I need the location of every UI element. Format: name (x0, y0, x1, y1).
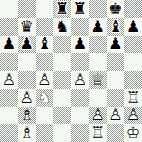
white-r-piece: ♖ (124, 89, 142, 107)
square-a3[interactable] (0, 89, 18, 107)
white-p-piece: ♙ (124, 107, 142, 125)
square-d5[interactable] (53, 53, 71, 71)
square-c4[interactable]: ♟♙ (36, 71, 54, 89)
square-g8[interactable]: ♚ (107, 0, 125, 18)
square-c6[interactable]: ♝ (36, 36, 54, 54)
white-p-piece: ♙ (107, 107, 125, 125)
black-b-piece: ♝ (107, 18, 125, 36)
square-g2[interactable]: ♟♙ (107, 107, 125, 125)
square-e7[interactable] (71, 18, 89, 36)
black-p-piece: ♟ (0, 36, 18, 54)
square-b2[interactable]: ♝♗ (18, 107, 36, 125)
square-b6[interactable]: ♟ (18, 36, 36, 54)
square-e8[interactable]: ♜ (71, 0, 89, 18)
black-r-piece: ♜ (71, 0, 89, 18)
chess-board: ♜♜♚♛♞♟♝♟♟♟♝♟♟♟♙♟♙♟♙♛♕♟♙♞♘♜♖♝♗♟♙♟♙♟♙♝♗♜♖♚… (0, 0, 142, 142)
square-e3[interactable] (71, 89, 89, 107)
square-a6[interactable]: ♟ (0, 36, 18, 54)
square-h7[interactable]: ♟ (124, 18, 142, 36)
square-g3[interactable] (107, 89, 125, 107)
square-f1[interactable]: ♜♖ (89, 124, 107, 142)
black-p-piece: ♟ (124, 18, 142, 36)
black-p-piece: ♟ (89, 18, 107, 36)
square-a1[interactable] (0, 124, 18, 142)
black-r-piece: ♜ (53, 0, 71, 18)
square-b3[interactable]: ♟♙ (18, 89, 36, 107)
square-g5[interactable] (107, 53, 125, 71)
square-h8[interactable] (124, 0, 142, 18)
square-a4[interactable]: ♟♙ (0, 71, 18, 89)
square-f8[interactable] (89, 0, 107, 18)
square-h5[interactable] (124, 53, 142, 71)
square-h3[interactable]: ♜♖ (124, 89, 142, 107)
white-k-piece: ♔ (124, 124, 142, 142)
white-p-piece: ♙ (36, 71, 54, 89)
square-d2[interactable] (53, 107, 71, 125)
white-r-piece: ♖ (89, 124, 107, 142)
square-f2[interactable]: ♟♙ (89, 107, 107, 125)
black-p-piece: ♟ (18, 36, 36, 54)
square-g4[interactable] (107, 71, 125, 89)
black-q-piece: ♛ (18, 18, 36, 36)
square-g1[interactable] (107, 124, 125, 142)
square-f3[interactable] (89, 89, 107, 107)
square-h6[interactable] (124, 36, 142, 54)
square-c1[interactable] (36, 124, 54, 142)
black-b-piece: ♝ (36, 36, 54, 54)
white-n-piece: ♘ (36, 89, 54, 107)
square-b7[interactable]: ♛ (18, 18, 36, 36)
square-a5[interactable] (0, 53, 18, 71)
square-f7[interactable]: ♟ (89, 18, 107, 36)
square-c2[interactable] (36, 107, 54, 125)
square-d6[interactable] (53, 36, 71, 54)
white-p-piece: ♙ (18, 89, 36, 107)
square-e6[interactable]: ♟ (71, 36, 89, 54)
white-p-piece: ♙ (89, 107, 107, 125)
square-e5[interactable] (71, 53, 89, 71)
square-h2[interactable]: ♟♙ (124, 107, 142, 125)
square-h1[interactable]: ♚♔ (124, 124, 142, 142)
square-d8[interactable]: ♜ (53, 0, 71, 18)
white-p-piece: ♙ (71, 71, 89, 89)
square-f6[interactable] (89, 36, 107, 54)
square-a2[interactable] (0, 107, 18, 125)
black-n-piece: ♞ (53, 18, 71, 36)
square-b5[interactable] (18, 53, 36, 71)
black-p-piece: ♟ (107, 36, 125, 54)
square-e4[interactable]: ♟♙ (71, 71, 89, 89)
square-e2[interactable] (71, 107, 89, 125)
square-b4[interactable] (18, 71, 36, 89)
square-a7[interactable] (0, 18, 18, 36)
square-g6[interactable]: ♟ (107, 36, 125, 54)
square-b1[interactable]: ♝♗ (18, 124, 36, 142)
white-b-piece: ♗ (18, 124, 36, 142)
square-c7[interactable] (36, 18, 54, 36)
black-k-piece: ♚ (107, 0, 125, 18)
square-d1[interactable] (53, 124, 71, 142)
square-g7[interactable]: ♝ (107, 18, 125, 36)
square-e1[interactable] (71, 124, 89, 142)
square-h4[interactable] (124, 71, 142, 89)
black-p-piece: ♟ (71, 36, 89, 54)
white-b-piece: ♗ (18, 107, 36, 125)
square-c5[interactable] (36, 53, 54, 71)
white-p-piece: ♙ (0, 71, 18, 89)
square-c3[interactable]: ♞♘ (36, 89, 54, 107)
square-d7[interactable]: ♞ (53, 18, 71, 36)
square-f5[interactable] (89, 53, 107, 71)
white-q-piece: ♕ (89, 71, 107, 89)
square-a8[interactable] (0, 0, 18, 18)
square-d4[interactable] (53, 71, 71, 89)
square-b8[interactable] (18, 0, 36, 18)
square-f4[interactable]: ♛♕ (89, 71, 107, 89)
square-c8[interactable] (36, 0, 54, 18)
square-d3[interactable] (53, 89, 71, 107)
